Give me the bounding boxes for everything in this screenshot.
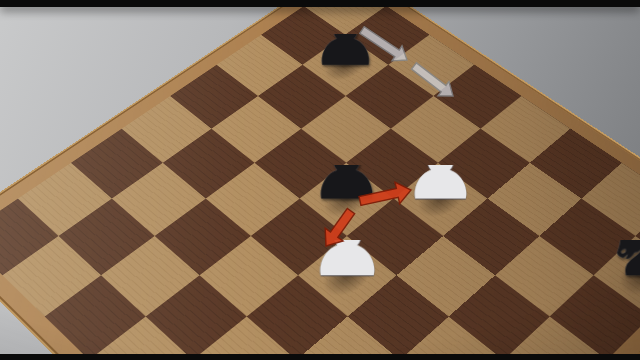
piece-shadow [608, 247, 640, 305]
letterbox-top [0, 0, 640, 7]
square-e6[interactable] [206, 163, 300, 236]
chess-board: ♟♟♟♟♞ [0, 0, 640, 360]
board-scene: ♟♟♟♟♞ [0, 0, 640, 360]
letterbox-bottom [0, 354, 640, 360]
video-frame: ♟♟♟♟♞ [0, 0, 640, 360]
